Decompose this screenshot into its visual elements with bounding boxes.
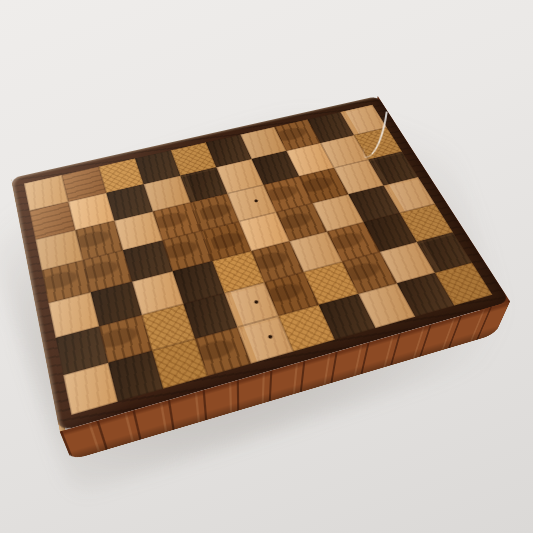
board-cell-r4c4-teak (162, 231, 212, 271)
board-cell-r3c1-maple (35, 230, 82, 270)
board-cell-r6c8-teak (342, 252, 397, 294)
board-cell-r6c7-oak (304, 262, 359, 305)
board-cell-r7c4-teak (195, 327, 251, 376)
board-cell-r6c9-maple (380, 242, 435, 283)
photo-backdrop (0, 0, 533, 533)
board-cell-r5c3-maple (132, 271, 183, 315)
board-cell-r5c6-teak (251, 241, 303, 282)
board-cell-r5c5-oak (212, 251, 264, 293)
board-cell-r5c2-walnut (91, 282, 142, 327)
board-cell-r7c9-walnut (397, 273, 454, 317)
board-cell-r6c1-walnut (56, 326, 109, 375)
board-cell-r7c7-walnut (319, 294, 376, 340)
board-cell-r7c10-oak (435, 263, 492, 306)
board-cell-r6c5-maple (224, 282, 278, 327)
board-cell-r7c3-oak (152, 339, 207, 389)
board-cell-r4c1-teak (42, 260, 91, 303)
board-cell-r5c4-walnut (173, 261, 225, 304)
board-cell-r6c4-walnut (183, 293, 237, 339)
board-cell-r6c2-teak (99, 315, 152, 363)
board-cell-r7c5-maple (237, 316, 293, 364)
board-cell-r5c1-maple (48, 292, 99, 338)
board-cell-r7c2-walnut (108, 351, 163, 402)
board-cell-r6c6-teak (264, 272, 318, 316)
board-cell-r4c2-teak (83, 250, 132, 292)
board-cell-r7c1-maple (63, 363, 118, 415)
board-cell-r4c3-walnut (123, 240, 173, 281)
board-cell-r5c7-maple (289, 232, 342, 272)
board-cell-r7c6-oak (278, 305, 334, 352)
board-cell-r7c8-maple (358, 283, 415, 328)
board-cell-r6c3-oak (142, 304, 195, 351)
board-cell-r6c10-walnut (417, 232, 472, 272)
